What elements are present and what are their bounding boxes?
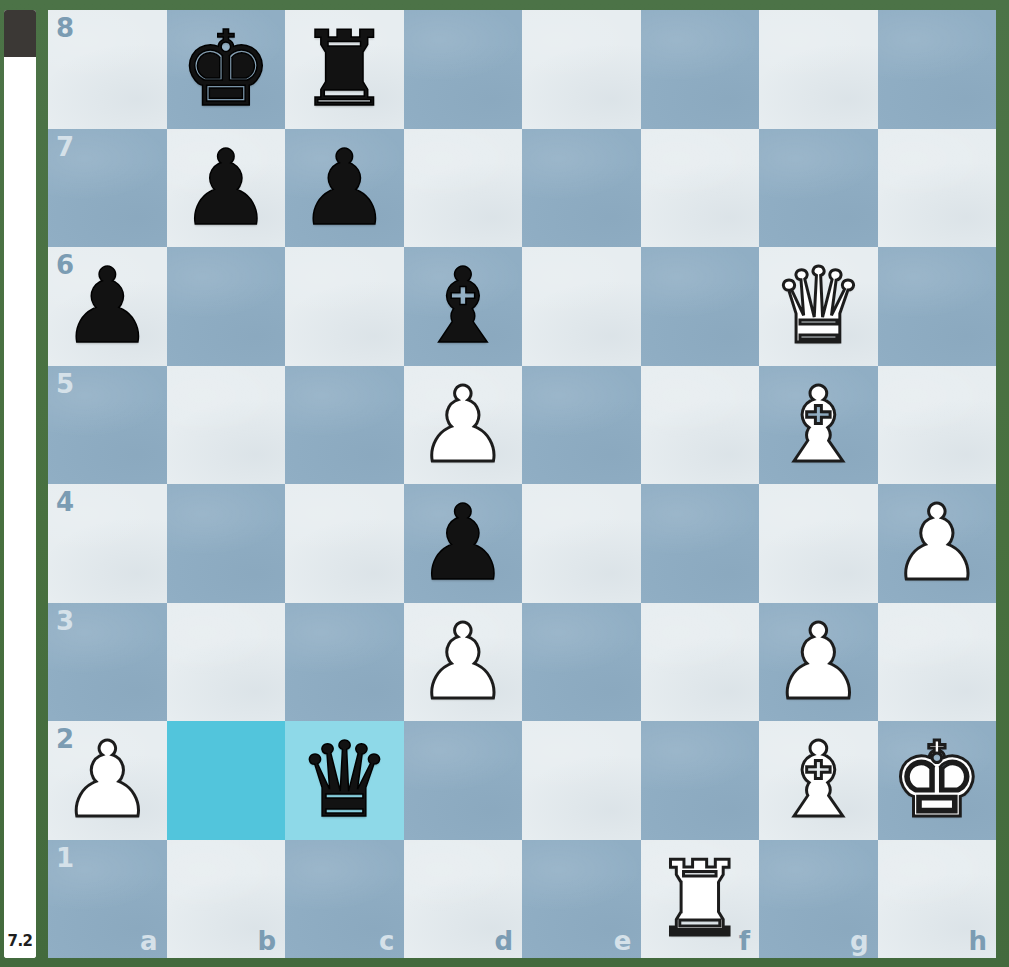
piece-white-pawn[interactable]: ♟ — [759, 603, 878, 722]
square-h6[interactable] — [878, 247, 997, 366]
square-h4[interactable]: ♟ — [878, 484, 997, 603]
square-g1[interactable]: g — [759, 840, 878, 959]
piece-white-king[interactable]: ♚ — [878, 721, 997, 840]
square-b2[interactable] — [167, 721, 286, 840]
square-g7[interactable] — [759, 129, 878, 248]
square-b3[interactable] — [167, 603, 286, 722]
square-h8[interactable] — [878, 10, 997, 129]
square-h1[interactable]: h — [878, 840, 997, 959]
square-d2[interactable] — [404, 721, 523, 840]
square-h7[interactable] — [878, 129, 997, 248]
square-a4[interactable]: 4 — [48, 484, 167, 603]
square-g4[interactable] — [759, 484, 878, 603]
square-a3[interactable]: 3 — [48, 603, 167, 722]
piece-white-bishop[interactable]: ♝ — [759, 721, 878, 840]
square-c2[interactable]: ♛ — [285, 721, 404, 840]
piece-black-king[interactable]: ♚ — [167, 10, 286, 129]
square-a5[interactable]: 5 — [48, 366, 167, 485]
eval-bar: 7.2 — [4, 10, 36, 958]
piece-white-rook[interactable]: ♜ — [641, 840, 760, 959]
rank-label-8: 8 — [56, 13, 74, 43]
square-a6[interactable]: 6♟ — [48, 247, 167, 366]
square-d5[interactable]: ♟ — [404, 366, 523, 485]
piece-black-pawn[interactable]: ♟ — [404, 484, 523, 603]
piece-white-pawn[interactable]: ♟ — [404, 366, 523, 485]
square-c6[interactable] — [285, 247, 404, 366]
rank-label-4: 4 — [56, 487, 74, 517]
game-area: 7.2 8♚♜7♟♟6♟♝♛5♟♝4♟♟3♟♟2♟♛♝♚1abcdef♜gh — [0, 0, 1009, 967]
square-f7[interactable] — [641, 129, 760, 248]
file-label-g: g — [850, 926, 869, 956]
piece-black-bishop[interactable]: ♝ — [404, 247, 523, 366]
file-label-e: e — [614, 926, 632, 956]
square-g8[interactable] — [759, 10, 878, 129]
square-a8[interactable]: 8 — [48, 10, 167, 129]
square-d7[interactable] — [404, 129, 523, 248]
chess-board[interactable]: 8♚♜7♟♟6♟♝♛5♟♝4♟♟3♟♟2♟♛♝♚1abcdef♜gh — [48, 10, 996, 958]
eval-bar-black-section — [4, 10, 36, 57]
piece-black-pawn[interactable]: ♟ — [48, 247, 167, 366]
square-g3[interactable]: ♟ — [759, 603, 878, 722]
eval-bar-white-section: 7.2 — [4, 57, 36, 958]
file-label-c: c — [379, 926, 394, 956]
square-d1[interactable]: d — [404, 840, 523, 959]
square-b8[interactable]: ♚ — [167, 10, 286, 129]
square-a2[interactable]: 2♟ — [48, 721, 167, 840]
piece-black-pawn[interactable]: ♟ — [167, 129, 286, 248]
piece-black-queen[interactable]: ♛ — [285, 721, 404, 840]
square-g5[interactable]: ♝ — [759, 366, 878, 485]
square-d3[interactable]: ♟ — [404, 603, 523, 722]
piece-black-pawn[interactable]: ♟ — [285, 129, 404, 248]
square-a7[interactable]: 7 — [48, 129, 167, 248]
square-b6[interactable] — [167, 247, 286, 366]
square-c1[interactable]: c — [285, 840, 404, 959]
piece-white-pawn[interactable]: ♟ — [48, 721, 167, 840]
square-g2[interactable]: ♝ — [759, 721, 878, 840]
square-f5[interactable] — [641, 366, 760, 485]
rank-label-3: 3 — [56, 606, 74, 636]
square-f8[interactable] — [641, 10, 760, 129]
file-label-h: h — [968, 926, 987, 956]
square-d8[interactable] — [404, 10, 523, 129]
square-h5[interactable] — [878, 366, 997, 485]
rank-label-1: 1 — [56, 843, 74, 873]
piece-white-pawn[interactable]: ♟ — [878, 484, 997, 603]
square-b7[interactable]: ♟ — [167, 129, 286, 248]
piece-white-pawn[interactable]: ♟ — [404, 603, 523, 722]
square-c5[interactable] — [285, 366, 404, 485]
square-f4[interactable] — [641, 484, 760, 603]
square-h3[interactable] — [878, 603, 997, 722]
square-e8[interactable] — [522, 10, 641, 129]
square-f6[interactable] — [641, 247, 760, 366]
square-c8[interactable]: ♜ — [285, 10, 404, 129]
square-d6[interactable]: ♝ — [404, 247, 523, 366]
square-e2[interactable] — [522, 721, 641, 840]
square-e4[interactable] — [522, 484, 641, 603]
square-e1[interactable]: e — [522, 840, 641, 959]
square-c7[interactable]: ♟ — [285, 129, 404, 248]
square-e5[interactable] — [522, 366, 641, 485]
square-b4[interactable] — [167, 484, 286, 603]
file-label-b: b — [257, 926, 276, 956]
square-c4[interactable] — [285, 484, 404, 603]
square-b5[interactable] — [167, 366, 286, 485]
file-label-a: a — [140, 926, 158, 956]
square-e7[interactable] — [522, 129, 641, 248]
square-a1[interactable]: 1a — [48, 840, 167, 959]
file-label-d: d — [494, 926, 513, 956]
eval-score: 7.2 — [4, 932, 36, 950]
piece-black-rook[interactable]: ♜ — [285, 10, 404, 129]
rank-label-7: 7 — [56, 132, 74, 162]
square-c3[interactable] — [285, 603, 404, 722]
square-e6[interactable] — [522, 247, 641, 366]
square-h2[interactable]: ♚ — [878, 721, 997, 840]
piece-white-queen[interactable]: ♛ — [759, 247, 878, 366]
rank-label-5: 5 — [56, 369, 74, 399]
square-d4[interactable]: ♟ — [404, 484, 523, 603]
square-e3[interactable] — [522, 603, 641, 722]
square-f2[interactable] — [641, 721, 760, 840]
piece-white-bishop[interactable]: ♝ — [759, 366, 878, 485]
square-f1[interactable]: f♜ — [641, 840, 760, 959]
square-b1[interactable]: b — [167, 840, 286, 959]
square-f3[interactable] — [641, 603, 760, 722]
square-g6[interactable]: ♛ — [759, 247, 878, 366]
